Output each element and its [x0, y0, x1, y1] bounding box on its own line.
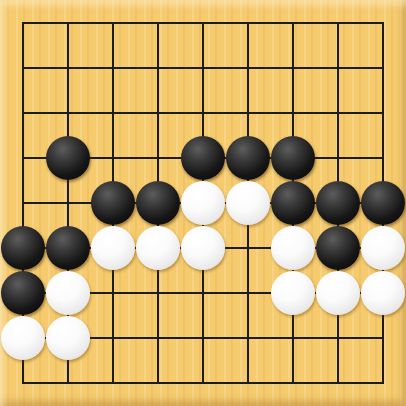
board-intersection[interactable] — [316, 46, 361, 91]
black-stone[interactable] — [181, 136, 225, 180]
black-stone[interactable] — [46, 136, 90, 180]
board-intersection[interactable] — [361, 136, 406, 181]
board-intersection[interactable] — [46, 316, 91, 361]
board-intersection[interactable] — [91, 136, 136, 181]
board-intersection[interactable] — [271, 46, 316, 91]
board-intersection[interactable] — [91, 316, 136, 361]
board-intersection[interactable] — [226, 91, 271, 136]
board-intersection[interactable] — [136, 1, 181, 46]
go-board[interactable] — [0, 0, 406, 406]
board-intersection[interactable] — [271, 1, 316, 46]
board-intersection[interactable] — [271, 91, 316, 136]
board-intersection[interactable] — [136, 271, 181, 316]
white-stone[interactable] — [226, 181, 270, 225]
board-intersection[interactable] — [46, 271, 91, 316]
board-intersection[interactable] — [181, 181, 226, 226]
board-intersection[interactable] — [136, 361, 181, 406]
board-intersection[interactable] — [136, 181, 181, 226]
black-stone[interactable] — [1, 226, 45, 270]
board-intersection[interactable] — [91, 46, 136, 91]
black-stone[interactable] — [226, 136, 270, 180]
board-intersection[interactable] — [1, 46, 46, 91]
board-intersection[interactable] — [361, 361, 406, 406]
board-intersection[interactable] — [46, 136, 91, 181]
white-stone[interactable] — [46, 316, 90, 360]
board-intersection[interactable] — [361, 1, 406, 46]
board-intersection[interactable] — [226, 316, 271, 361]
white-stone[interactable] — [181, 226, 225, 270]
board-intersection[interactable] — [181, 316, 226, 361]
white-stone[interactable] — [136, 226, 180, 270]
board-intersection[interactable] — [361, 316, 406, 361]
black-stone[interactable] — [361, 181, 405, 225]
board-intersection[interactable] — [1, 181, 46, 226]
board-intersection[interactable] — [1, 271, 46, 316]
board-intersection[interactable] — [1, 361, 46, 406]
board-intersection[interactable] — [361, 181, 406, 226]
black-stone[interactable] — [271, 181, 315, 225]
board-intersection[interactable] — [46, 181, 91, 226]
board-intersection[interactable] — [361, 91, 406, 136]
black-stone[interactable] — [316, 181, 360, 225]
black-stone[interactable] — [316, 226, 360, 270]
board-intersection[interactable] — [91, 271, 136, 316]
board-intersection[interactable] — [181, 91, 226, 136]
board-intersection[interactable] — [1, 226, 46, 271]
black-stone[interactable] — [136, 181, 180, 225]
board-intersection[interactable] — [46, 1, 91, 46]
white-stone[interactable] — [361, 271, 405, 315]
black-stone[interactable] — [1, 271, 45, 315]
board-intersection[interactable] — [316, 271, 361, 316]
stones-layer — [1, 1, 406, 406]
board-intersection[interactable] — [316, 136, 361, 181]
white-stone[interactable] — [46, 271, 90, 315]
board-intersection[interactable] — [271, 181, 316, 226]
white-stone[interactable] — [361, 226, 405, 270]
board-intersection[interactable] — [136, 136, 181, 181]
board-intersection[interactable] — [226, 271, 271, 316]
board-intersection[interactable] — [1, 136, 46, 181]
board-intersection[interactable] — [136, 316, 181, 361]
board-intersection[interactable] — [226, 361, 271, 406]
black-stone[interactable] — [271, 136, 315, 180]
white-stone[interactable] — [181, 181, 225, 225]
board-intersection[interactable] — [91, 181, 136, 226]
board-intersection[interactable] — [181, 46, 226, 91]
white-stone[interactable] — [316, 271, 360, 315]
board-intersection[interactable] — [46, 91, 91, 136]
board-intersection[interactable] — [46, 226, 91, 271]
board-intersection[interactable] — [316, 226, 361, 271]
board-intersection[interactable] — [1, 91, 46, 136]
white-stone[interactable] — [1, 316, 45, 360]
board-intersection[interactable] — [316, 91, 361, 136]
board-intersection[interactable] — [226, 226, 271, 271]
board-intersection[interactable] — [361, 271, 406, 316]
board-intersection[interactable] — [271, 361, 316, 406]
black-stone[interactable] — [46, 226, 90, 270]
board-intersection[interactable] — [361, 46, 406, 91]
board-intersection[interactable] — [271, 271, 316, 316]
board-intersection[interactable] — [226, 46, 271, 91]
board-intersection[interactable] — [91, 226, 136, 271]
board-intersection[interactable] — [316, 181, 361, 226]
white-stone[interactable] — [271, 226, 315, 270]
board-intersection[interactable] — [91, 1, 136, 46]
white-stone[interactable] — [271, 271, 315, 315]
board-intersection[interactable] — [226, 136, 271, 181]
black-stone[interactable] — [91, 181, 135, 225]
board-intersection[interactable] — [46, 46, 91, 91]
board-intersection[interactable] — [271, 136, 316, 181]
board-intersection[interactable] — [181, 361, 226, 406]
board-intersection[interactable] — [361, 226, 406, 271]
board-intersection[interactable] — [1, 316, 46, 361]
board-intersection[interactable] — [181, 226, 226, 271]
white-stone[interactable] — [91, 226, 135, 270]
board-intersection[interactable] — [271, 316, 316, 361]
board-intersection[interactable] — [91, 361, 136, 406]
board-intersection[interactable] — [136, 91, 181, 136]
board-intersection[interactable] — [316, 1, 361, 46]
board-intersection[interactable] — [1, 1, 46, 46]
board-intersection[interactable] — [181, 1, 226, 46]
board-intersection[interactable] — [181, 271, 226, 316]
board-intersection[interactable] — [271, 226, 316, 271]
board-intersection[interactable] — [91, 91, 136, 136]
board-intersection[interactable] — [316, 316, 361, 361]
board-intersection[interactable] — [226, 1, 271, 46]
board-intersection[interactable] — [136, 226, 181, 271]
board-intersection[interactable] — [181, 136, 226, 181]
board-intersection[interactable] — [136, 46, 181, 91]
board-intersection[interactable] — [46, 361, 91, 406]
board-intersection[interactable] — [226, 181, 271, 226]
board-intersection[interactable] — [316, 361, 361, 406]
